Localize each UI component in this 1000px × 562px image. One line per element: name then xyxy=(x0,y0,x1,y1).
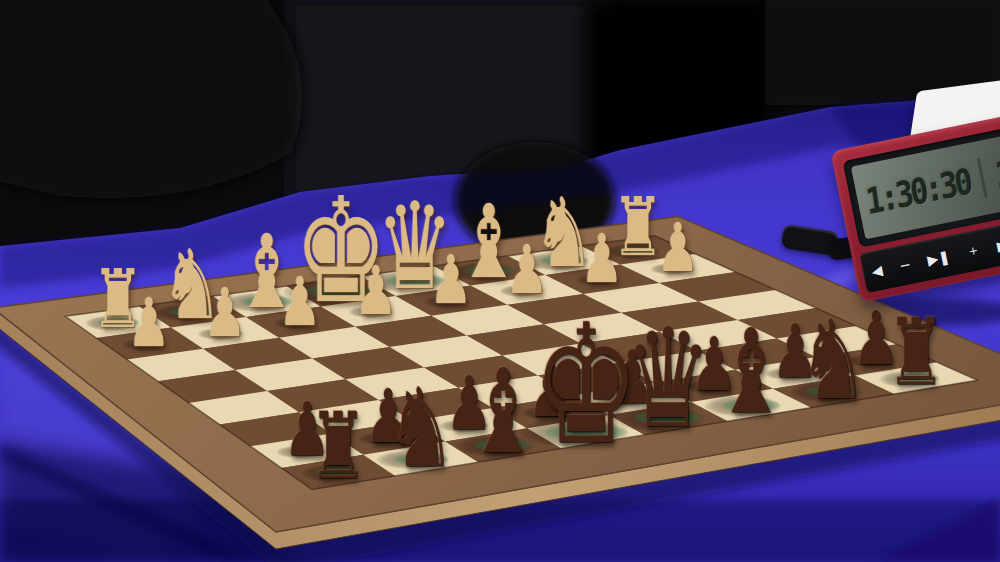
lcd-divider xyxy=(977,158,988,198)
clock-play-pause-button: ▶❚ xyxy=(926,248,951,268)
piece-white-p-e2: ♟ xyxy=(354,259,397,326)
photo-stage: ♜♞♝♛♚♝♞♜♟♟♟♟♟♟♟♟♟♟♟♟♟♟♟♟♜♞♝♛♚♝♞♜ 1:30:30… xyxy=(0,0,1000,562)
piece-black-b-f8: ♝ xyxy=(466,354,541,470)
clock-time-right: 1:30:30 xyxy=(993,134,1000,196)
piece-white-p-a2: ♟ xyxy=(656,216,699,283)
clock-plus-button: ＋ xyxy=(965,241,982,261)
piece-black-r-a8: ♜ xyxy=(886,306,946,398)
clock-back-button: ◀ xyxy=(870,262,884,280)
piece-black-b-c8: ♝ xyxy=(713,314,788,430)
piece-white-p-g2: ♟ xyxy=(203,280,246,347)
clock-minus-button: − xyxy=(898,256,913,274)
piece-black-k-e8: ♚ xyxy=(532,303,639,468)
piece-white-p-h2: ♟ xyxy=(128,291,171,358)
piece-white-p-b2: ♟ xyxy=(581,227,624,294)
piece-white-p-f2: ♟ xyxy=(279,269,322,336)
piece-black-n-g8: ♞ xyxy=(385,373,456,482)
clock-time-left: 1:30:30 xyxy=(863,160,972,222)
piece-white-p-d2: ♟ xyxy=(430,248,473,315)
piece-black-n-b8: ♞ xyxy=(798,306,869,415)
chair-silhouette xyxy=(0,0,302,198)
clock-forward-button: ▶▶ xyxy=(996,234,1000,254)
piece-black-r-h8: ♜ xyxy=(308,400,368,492)
